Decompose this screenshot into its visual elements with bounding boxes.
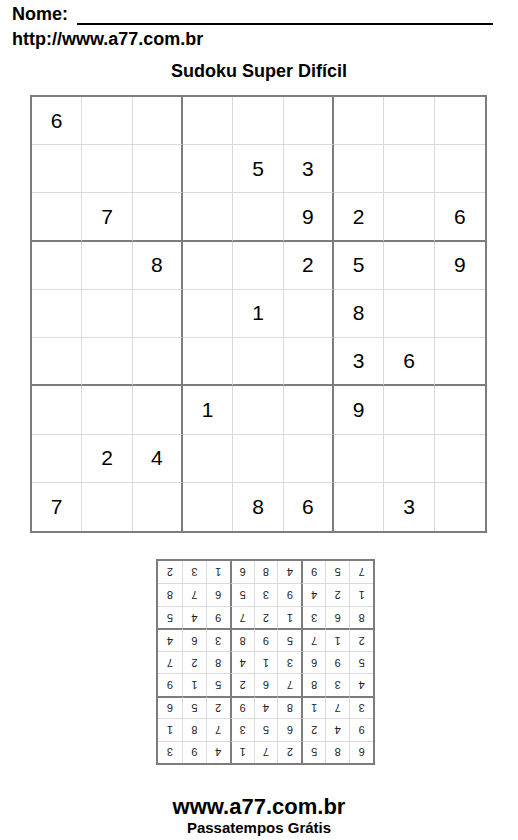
solution-cell-r6c8: 6 — [182, 628, 206, 650]
solution-cell-r2c3: 2 — [301, 718, 325, 740]
solution-cell-r5c2: 9 — [325, 651, 349, 673]
solution-cell-r9c6: 6 — [230, 561, 254, 583]
solution-cell-r9c1: 7 — [349, 561, 373, 583]
cell-r4c6: 2 — [284, 242, 334, 290]
cell-r5c7: 8 — [334, 290, 384, 338]
solution-cell-r4c8: 1 — [182, 673, 206, 695]
solution-cell-r6c7: 3 — [206, 628, 230, 650]
main-sudoku-grid: 65379268259183619247863 — [30, 95, 487, 533]
cell-r9c8: 3 — [384, 483, 434, 531]
footer-site-url: www.a77.com.br — [0, 794, 518, 820]
cell-r1c1: 6 — [32, 97, 82, 145]
cell-r7c3 — [133, 386, 183, 434]
solution-cell-r1c3: 5 — [301, 741, 325, 763]
solution-cell-r2c8: 8 — [182, 718, 206, 740]
cell-r4c4 — [183, 242, 233, 290]
solution-cell-r9c3: 9 — [301, 561, 325, 583]
solution-cell-r4c3: 8 — [301, 673, 325, 695]
cell-r4c8 — [384, 242, 434, 290]
cell-r9c1: 7 — [32, 483, 82, 531]
cell-r5c4 — [183, 290, 233, 338]
solution-cell-r2c1: 9 — [349, 718, 373, 740]
solution-cell-r8c7: 6 — [206, 583, 230, 605]
cell-r5c6 — [284, 290, 334, 338]
cell-r1c6 — [284, 97, 334, 145]
cell-r1c2 — [82, 97, 132, 145]
solution-cell-r3c1: 3 — [349, 696, 373, 718]
cell-r3c4 — [183, 193, 233, 241]
solution-cell-r3c3: 1 — [301, 696, 325, 718]
footer-tagline: Passatempos Grátis — [0, 819, 518, 836]
solution-cell-r1c7: 4 — [206, 741, 230, 763]
solution-cell-r4c6: 2 — [230, 673, 254, 695]
cell-r9c3 — [133, 483, 183, 531]
solution-cell-r2c7: 7 — [206, 718, 230, 740]
solution-cell-r7c8: 4 — [182, 606, 206, 628]
cell-r2c1 — [32, 145, 82, 193]
cell-r3c5 — [233, 193, 283, 241]
solution-cell-r9c7: 1 — [206, 561, 230, 583]
cell-r7c4: 1 — [183, 386, 233, 434]
cell-r8c1 — [32, 435, 82, 483]
cell-r1c5 — [233, 97, 283, 145]
solution-cell-r8c2: 2 — [325, 583, 349, 605]
cell-r9c2 — [82, 483, 132, 531]
solution-cell-r5c3: 6 — [301, 651, 325, 673]
solution-cell-r5c6: 4 — [230, 651, 254, 673]
solution-cell-r4c5: 6 — [254, 673, 278, 695]
solution-cell-r9c9: 2 — [158, 561, 182, 583]
solution-cell-r9c5: 8 — [254, 561, 278, 583]
cell-r8c8 — [384, 435, 434, 483]
solution-cell-r6c6: 8 — [230, 628, 254, 650]
cell-r3c8 — [384, 193, 434, 241]
cell-r7c7: 9 — [334, 386, 384, 434]
solution-cell-r5c8: 2 — [182, 651, 206, 673]
cell-r6c3 — [133, 338, 183, 386]
cell-r1c3 — [133, 97, 183, 145]
solution-cell-r4c2: 3 — [325, 673, 349, 695]
cell-r4c9: 9 — [435, 242, 485, 290]
cell-r6c5 — [233, 338, 283, 386]
solution-cell-r1c5: 7 — [254, 741, 278, 763]
solution-cell-r3c9: 6 — [158, 696, 182, 718]
cell-r3c9: 6 — [435, 193, 485, 241]
name-blank-line — [77, 4, 493, 25]
solution-cell-r4c4: 7 — [277, 673, 301, 695]
cell-r9c4 — [183, 483, 233, 531]
cell-r3c1 — [32, 193, 82, 241]
solution-cell-r5c5: 1 — [254, 651, 278, 673]
cell-r2c5: 5 — [233, 145, 283, 193]
solution-cell-r6c1: 2 — [349, 628, 373, 650]
solution-cell-r7c3: 3 — [301, 606, 325, 628]
solution-cell-r7c4: 1 — [277, 606, 301, 628]
cell-r7c5 — [233, 386, 283, 434]
cell-r2c8 — [384, 145, 434, 193]
cell-r8c5 — [233, 435, 283, 483]
cell-r2c7 — [334, 145, 384, 193]
cell-r8c3: 4 — [133, 435, 183, 483]
cell-r9c5: 8 — [233, 483, 283, 531]
solution-cell-r8c8: 7 — [182, 583, 206, 605]
cell-r5c5: 1 — [233, 290, 283, 338]
cell-r8c2: 2 — [82, 435, 132, 483]
solution-cell-r6c3: 7 — [301, 628, 325, 650]
cell-r8c7 — [334, 435, 384, 483]
cell-r7c6 — [284, 386, 334, 434]
cell-r6c6 — [284, 338, 334, 386]
solution-cell-r3c8: 5 — [182, 696, 206, 718]
solution-cell-r8c4: 9 — [277, 583, 301, 605]
cell-r9c6: 6 — [284, 483, 334, 531]
solution-cell-r3c2: 7 — [325, 696, 349, 718]
solution-cell-r7c6: 7 — [230, 606, 254, 628]
solution-cell-r5c4: 3 — [277, 651, 301, 673]
name-label: Nome: — [12, 4, 68, 25]
solution-cell-r1c4: 2 — [277, 741, 301, 763]
cell-r6c2 — [82, 338, 132, 386]
cell-r9c7 — [334, 483, 384, 531]
cell-r1c9 — [435, 97, 485, 145]
cell-r8c6 — [284, 435, 334, 483]
cell-r1c4 — [183, 97, 233, 145]
solution-cell-r9c4: 4 — [277, 561, 301, 583]
solution-cell-r8c6: 5 — [230, 583, 254, 605]
solution-cell-r9c8: 3 — [182, 561, 206, 583]
cell-r5c1 — [32, 290, 82, 338]
cell-r5c8 — [384, 290, 434, 338]
solution-cell-r1c8: 9 — [182, 741, 206, 763]
solution-cell-r5c9: 7 — [158, 651, 182, 673]
solution-cell-r5c1: 5 — [349, 651, 373, 673]
cell-r8c4 — [183, 435, 233, 483]
solution-cell-r2c6: 3 — [230, 718, 254, 740]
solution-cell-r7c5: 2 — [254, 606, 278, 628]
solution-cell-r6c9: 4 — [158, 628, 182, 650]
solution-cell-r3c7: 2 — [206, 696, 230, 718]
cell-r2c4 — [183, 145, 233, 193]
solution-cell-r7c7: 9 — [206, 606, 230, 628]
solution-cell-r1c6: 1 — [230, 741, 254, 763]
cell-r2c3 — [133, 145, 183, 193]
cell-r5c2 — [82, 290, 132, 338]
cell-r7c8 — [384, 386, 434, 434]
cell-r7c9 — [435, 386, 485, 434]
solution-cell-r7c2: 6 — [325, 606, 349, 628]
cell-r7c2 — [82, 386, 132, 434]
cell-r8c9 — [435, 435, 485, 483]
solution-cell-r1c9: 3 — [158, 741, 182, 763]
header-site-url: http://www.a77.com.br — [12, 29, 203, 50]
solution-cell-r4c1: 4 — [349, 673, 373, 695]
solution-cell-r6c2: 1 — [325, 628, 349, 650]
solution-cell-r2c5: 5 — [254, 718, 278, 740]
cell-r4c5 — [233, 242, 283, 290]
solution-cell-r3c5: 4 — [254, 696, 278, 718]
solution-cell-r2c9: 1 — [158, 718, 182, 740]
cell-r2c6: 3 — [284, 145, 334, 193]
name-field-row: Nome: — [12, 4, 493, 25]
solution-cell-r8c1: 1 — [349, 583, 373, 605]
cell-r4c2 — [82, 242, 132, 290]
solution-cell-r2c2: 4 — [325, 718, 349, 740]
cell-r4c3: 8 — [133, 242, 183, 290]
cell-r2c2 — [82, 145, 132, 193]
cell-r3c2: 7 — [82, 193, 132, 241]
solution-cell-r8c5: 3 — [254, 583, 278, 605]
cell-r6c8: 6 — [384, 338, 434, 386]
cell-r9c9 — [435, 483, 485, 531]
solution-cell-r9c2: 5 — [325, 561, 349, 583]
solution-cell-r7c9: 5 — [158, 606, 182, 628]
solution-cell-r6c4: 5 — [277, 628, 301, 650]
cell-r4c1 — [32, 242, 82, 290]
solution-cell-r1c1: 6 — [349, 741, 373, 763]
cell-r1c7 — [334, 97, 384, 145]
cell-r6c4 — [183, 338, 233, 386]
cell-r3c7: 2 — [334, 193, 384, 241]
solution-cell-r6c5: 9 — [254, 628, 278, 650]
solution-cell-r4c7: 5 — [206, 673, 230, 695]
cell-r6c9 — [435, 338, 485, 386]
solution-cell-r3c4: 8 — [277, 696, 301, 718]
solution-cell-r4c9: 9 — [158, 673, 182, 695]
cell-r4c7: 5 — [334, 242, 384, 290]
cell-r6c1 — [32, 338, 82, 386]
solution-cell-r3c6: 9 — [230, 696, 254, 718]
solution-cell-r5c7: 8 — [206, 651, 230, 673]
cell-r2c9 — [435, 145, 485, 193]
cell-r6c7: 3 — [334, 338, 384, 386]
solution-cell-r7c1: 8 — [349, 606, 373, 628]
cell-r7c1 — [32, 386, 82, 434]
cell-r3c3 — [133, 193, 183, 241]
page-title: Sudoku Super Difícil — [0, 61, 518, 82]
cell-r3c6: 9 — [284, 193, 334, 241]
solution-cell-r8c3: 4 — [301, 583, 325, 605]
cell-r1c8 — [384, 97, 434, 145]
cell-r5c9 — [435, 290, 485, 338]
solution-grid: 6852714939426537813718492564387625195963… — [156, 559, 375, 765]
cell-r5c3 — [133, 290, 183, 338]
solution-cell-r1c2: 8 — [325, 741, 349, 763]
solution-cell-r8c9: 8 — [158, 583, 182, 605]
solution-cell-r2c4: 6 — [277, 718, 301, 740]
